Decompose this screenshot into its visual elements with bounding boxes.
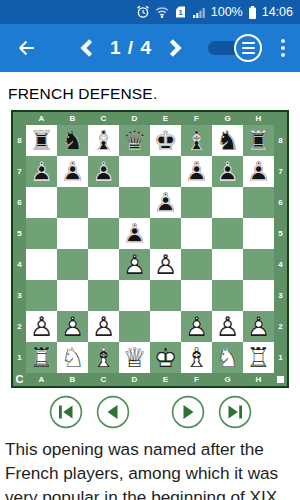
square-g3[interactable] <box>212 280 243 311</box>
coordinate-label: 3 <box>13 280 26 311</box>
piece-outline: ♙ <box>119 249 150 280</box>
coordinate-label: 2 <box>274 311 287 342</box>
coordinate-label: 8 <box>274 125 287 156</box>
coordinate-label: 1 <box>274 342 287 373</box>
square-d3[interactable] <box>119 280 150 311</box>
square-e7[interactable] <box>150 156 181 187</box>
sim-card-icon: 1 <box>174 5 187 19</box>
square-c5[interactable] <box>88 218 119 249</box>
piece-outline: ♙ <box>181 311 212 342</box>
signal-icon <box>192 6 206 19</box>
square-a4[interactable] <box>26 249 57 280</box>
square-h8[interactable]: ♜♖ <box>243 125 274 156</box>
square-g4[interactable] <box>212 249 243 280</box>
square-b4[interactable] <box>57 249 88 280</box>
square-g2[interactable]: ♟♙ <box>212 311 243 342</box>
coordinate-label: F <box>181 112 212 125</box>
move-navigation <box>0 395 300 429</box>
page-indicator: 1 / 4 <box>110 37 152 59</box>
square-a7[interactable]: ♟♙ <box>26 156 57 187</box>
piece-outline: ♗ <box>181 125 212 156</box>
page-navigator: 1 / 4 <box>74 35 188 61</box>
first-move-button[interactable] <box>49 395 83 429</box>
square-e4[interactable]: ♟♙ <box>150 249 181 280</box>
coordinate-label: 2 <box>13 311 26 342</box>
next-move-button[interactable] <box>171 395 205 429</box>
square-e5[interactable] <box>150 218 181 249</box>
square-g6[interactable] <box>212 187 243 218</box>
menu-dot <box>281 53 285 57</box>
coordinate-label: 4 <box>274 249 287 280</box>
brand-logo: C <box>13 373 26 386</box>
square-e6[interactable]: ♟♙ <box>150 187 181 218</box>
status-bar: 1 100% 14:06 <box>0 0 300 24</box>
app-screen: 1 100% 14:06 1 / 4 <box>0 0 300 500</box>
square-e2[interactable] <box>150 311 181 342</box>
piece-outline: ♔ <box>150 125 181 156</box>
description-line: This opening was named after the <box>5 438 295 462</box>
back-arrow-icon <box>15 37 37 59</box>
previous-move-button[interactable] <box>96 395 130 429</box>
square-f7[interactable]: ♟♙ <box>181 156 212 187</box>
prev-page-button[interactable] <box>74 35 100 61</box>
coordinate-label: A <box>26 373 57 386</box>
board-lines-icon <box>234 34 262 62</box>
square-c1[interactable]: ♝♗ <box>88 342 119 373</box>
piece-outline: ♘ <box>212 125 243 156</box>
alarm-icon <box>136 5 150 19</box>
piece-outline: ♕ <box>119 342 150 373</box>
opening-description: This opening was named after theFrench p… <box>0 429 300 500</box>
coordinate-label: G <box>212 112 243 125</box>
square-f6[interactable] <box>181 187 212 218</box>
square-h5[interactable] <box>243 218 274 249</box>
chevron-left-icon <box>76 37 98 59</box>
toolbar-right <box>208 28 294 68</box>
coordinate-label: B <box>57 373 88 386</box>
square-f8[interactable]: ♝♗ <box>181 125 212 156</box>
square-a2[interactable]: ♟♙ <box>26 311 57 342</box>
wifi-icon <box>155 5 169 19</box>
coordinate-label: A <box>26 112 57 125</box>
square-c4[interactable] <box>88 249 119 280</box>
battery-icon <box>248 5 257 20</box>
piece-outline: ♕ <box>119 125 150 156</box>
square-g7[interactable]: ♟♙ <box>212 156 243 187</box>
square-c2[interactable]: ♟♙ <box>88 311 119 342</box>
square-h7[interactable]: ♟♙ <box>243 156 274 187</box>
square-h3[interactable] <box>243 280 274 311</box>
square-g8[interactable]: ♞♘ <box>212 125 243 156</box>
square-b2[interactable]: ♟♙ <box>57 311 88 342</box>
square-f2[interactable]: ♟♙ <box>181 311 212 342</box>
piece-outline: ♙ <box>88 156 119 187</box>
ranks-right: 87654321 <box>274 125 287 373</box>
square-b1[interactable]: ♞♘ <box>57 342 88 373</box>
square-d6[interactable] <box>119 187 150 218</box>
board-corner <box>274 373 287 386</box>
coordinate-label: C <box>88 112 119 125</box>
square-a8[interactable]: ♜♖ <box>26 125 57 156</box>
square-b3[interactable] <box>57 280 88 311</box>
piece-outline: ♘ <box>57 125 88 156</box>
battery-percent: 100% <box>211 0 243 24</box>
piece-outline: ♙ <box>212 156 243 187</box>
piece-outline: ♙ <box>57 311 88 342</box>
opening-title: FRENCH DEFENSE. <box>8 85 300 103</box>
square-d4[interactable]: ♟♙ <box>119 249 150 280</box>
square-h1[interactable]: ♜♖ <box>243 342 274 373</box>
last-move-button[interactable] <box>218 395 252 429</box>
files-bottom: ABCDEFGH <box>26 373 274 386</box>
piece-outline: ♖ <box>243 125 274 156</box>
piece-outline: ♙ <box>26 311 57 342</box>
piece-outline: ♙ <box>212 311 243 342</box>
board-bottom-border: C ABCDEFGH <box>13 373 287 386</box>
square-e3[interactable] <box>150 280 181 311</box>
square-e8[interactable]: ♚♔ <box>150 125 181 156</box>
board-top-border: ABCDEFGH <box>13 112 287 125</box>
sim-number: 1 <box>178 8 182 17</box>
square-e1[interactable]: ♚♔ <box>150 342 181 373</box>
files-top: ABCDEFGH <box>26 112 274 125</box>
square-c6[interactable] <box>88 187 119 218</box>
square-b5[interactable] <box>57 218 88 249</box>
square-f5[interactable] <box>181 218 212 249</box>
piece-outline: ♙ <box>243 311 274 342</box>
coordinate-label: H <box>243 373 274 386</box>
coordinate-label: E <box>150 373 181 386</box>
square-f1[interactable]: ♝♗ <box>181 342 212 373</box>
piece-outline: ♗ <box>88 125 119 156</box>
board-marker-icon <box>277 376 284 383</box>
piece-outline: ♙ <box>181 156 212 187</box>
square-f3[interactable] <box>181 280 212 311</box>
piece-outline: ♙ <box>119 218 150 249</box>
square-d7[interactable] <box>119 156 150 187</box>
coordinate-label: 8 <box>13 125 26 156</box>
square-a5[interactable] <box>26 218 57 249</box>
square-d8[interactable]: ♛♕ <box>119 125 150 156</box>
coordinate-label: H <box>243 112 274 125</box>
square-a1[interactable]: ♜♖ <box>26 342 57 373</box>
piece-outline: ♖ <box>243 342 274 373</box>
coordinate-label: E <box>150 112 181 125</box>
overflow-menu-button[interactable] <box>272 28 294 68</box>
piece-outline: ♙ <box>26 156 57 187</box>
coordinate-label: 5 <box>13 218 26 249</box>
square-b6[interactable] <box>57 187 88 218</box>
chevron-right-icon <box>164 37 186 59</box>
clock-text: 14:06 <box>262 0 293 24</box>
coordinate-label: 6 <box>13 187 26 218</box>
coordinate-label: 4 <box>13 249 26 280</box>
piece-outline: ♙ <box>57 156 88 187</box>
menu-dot <box>281 46 285 50</box>
piece-outline: ♗ <box>88 342 119 373</box>
square-h6[interactable] <box>243 187 274 218</box>
coordinate-label: B <box>57 112 88 125</box>
description-line: French players, among which it was <box>5 462 295 486</box>
square-g5[interactable] <box>212 218 243 249</box>
square-h2[interactable]: ♟♙ <box>243 311 274 342</box>
piece-outline: ♘ <box>212 342 243 373</box>
coordinate-label: 7 <box>274 156 287 187</box>
ranks-left: 87654321 <box>13 125 26 373</box>
chess-board: ABCDEFGH 87654321 ♜♖♞♘♝♗♛♕♚♔♝♗♞♘♜♖♟♙♟♙♟♙… <box>11 110 289 388</box>
coordinate-label: D <box>119 112 150 125</box>
square-d5[interactable]: ♟♙ <box>119 218 150 249</box>
piece-outline: ♖ <box>26 342 57 373</box>
square-c8[interactable]: ♝♗ <box>88 125 119 156</box>
square-d1[interactable]: ♛♕ <box>119 342 150 373</box>
board-corner <box>13 112 26 125</box>
square-c7[interactable]: ♟♙ <box>88 156 119 187</box>
square-b8[interactable]: ♞♘ <box>57 125 88 156</box>
piece-outline: ♘ <box>57 342 88 373</box>
piece-outline: ♙ <box>243 156 274 187</box>
coordinate-label: G <box>212 373 243 386</box>
coordinate-label: 7 <box>13 156 26 187</box>
square-c3[interactable] <box>88 280 119 311</box>
piece-outline: ♙ <box>150 187 181 218</box>
back-button[interactable] <box>6 28 46 68</box>
piece-outline: ♔ <box>150 342 181 373</box>
toolbar: 1 / 4 <box>0 24 300 72</box>
description-line: very popular in the beginning of XIX <box>5 486 295 500</box>
piece-outline: ♗ <box>181 342 212 373</box>
coordinate-label: D <box>119 373 150 386</box>
coordinate-label: 6 <box>274 187 287 218</box>
board-view-toggle[interactable] <box>208 34 262 62</box>
piece-outline: ♙ <box>88 311 119 342</box>
next-page-button[interactable] <box>162 35 188 61</box>
square-a3[interactable] <box>26 280 57 311</box>
piece-outline: ♙ <box>150 249 181 280</box>
coordinate-label: 5 <box>274 218 287 249</box>
square-f4[interactable] <box>181 249 212 280</box>
board-corner <box>274 112 287 125</box>
coordinate-label: C <box>88 373 119 386</box>
menu-dot <box>281 39 285 43</box>
square-h4[interactable] <box>243 249 274 280</box>
square-b7[interactable]: ♟♙ <box>57 156 88 187</box>
board-grid: ♜♖♞♘♝♗♛♕♚♔♝♗♞♘♜♖♟♙♟♙♟♙♟♙♟♙♟♙♟♙♟♙♟♙♟♙♟♙♟♙… <box>26 125 274 373</box>
coordinate-label: 3 <box>274 280 287 311</box>
square-a6[interactable] <box>26 187 57 218</box>
coordinate-label: 1 <box>13 342 26 373</box>
piece-outline: ♖ <box>26 125 57 156</box>
coordinate-label: F <box>181 373 212 386</box>
square-g1[interactable]: ♞♘ <box>212 342 243 373</box>
square-d2[interactable] <box>119 311 150 342</box>
